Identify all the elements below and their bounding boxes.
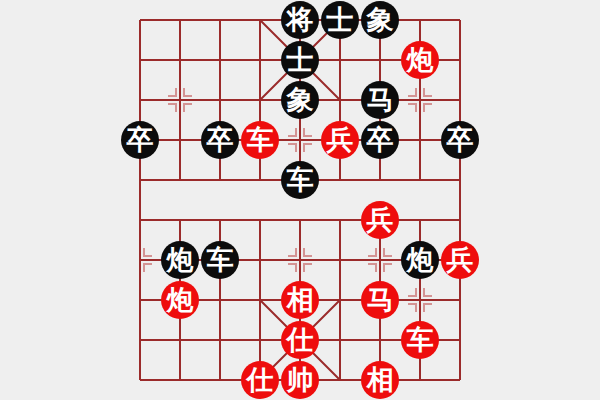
black-advisor[interactable]: 士 — [321, 1, 359, 39]
red-elephant[interactable]: 相 — [281, 281, 319, 319]
black-horse[interactable]: 马 — [361, 81, 399, 119]
red-chariot[interactable]: 车 — [241, 121, 279, 159]
black-advisor[interactable]: 士 — [281, 41, 319, 79]
red-cannon[interactable]: 炮 — [161, 281, 199, 319]
black-chariot[interactable]: 车 — [201, 241, 239, 279]
black-elephant[interactable]: 象 — [281, 81, 319, 119]
red-horse[interactable]: 马 — [361, 281, 399, 319]
black-soldier[interactable]: 卒 — [201, 121, 239, 159]
red-soldier[interactable]: 兵 — [361, 201, 399, 239]
red-elephant[interactable]: 相 — [361, 361, 399, 399]
black-chariot[interactable]: 车 — [281, 161, 319, 199]
red-advisor[interactable]: 仕 — [241, 361, 279, 399]
black-soldier[interactable]: 卒 — [441, 121, 479, 159]
red-general[interactable]: 帅 — [281, 361, 319, 399]
red-advisor[interactable]: 仕 — [281, 321, 319, 359]
xiangqi-board: 将士象士炮象马卒卒车兵卒卒车兵炮车炮兵炮相马仕车仕帅相 — [0, 0, 600, 400]
black-soldier[interactable]: 卒 — [361, 121, 399, 159]
red-cannon[interactable]: 炮 — [401, 41, 439, 79]
black-cannon[interactable]: 炮 — [401, 241, 439, 279]
red-chariot[interactable]: 车 — [401, 321, 439, 359]
black-soldier[interactable]: 卒 — [121, 121, 159, 159]
piece-layer[interactable]: 将士象士炮象马卒卒车兵卒卒车兵炮车炮兵炮相马仕车仕帅相 — [120, 0, 480, 400]
red-soldier[interactable]: 兵 — [441, 241, 479, 279]
black-general[interactable]: 将 — [281, 1, 319, 39]
black-elephant[interactable]: 象 — [361, 1, 399, 39]
black-cannon[interactable]: 炮 — [161, 241, 199, 279]
red-soldier[interactable]: 兵 — [321, 121, 359, 159]
